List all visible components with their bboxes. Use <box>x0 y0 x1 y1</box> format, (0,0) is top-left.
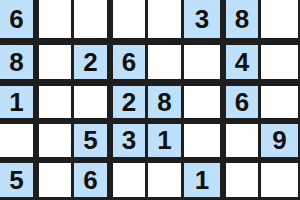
sudoku-cell-r3c6-empty[interactable] <box>184 86 220 118</box>
cell-digit: 9 <box>272 125 286 156</box>
sudoku-cell-r4c6-empty[interactable] <box>184 124 220 157</box>
cell-digit: 8 <box>235 4 249 35</box>
cell-digit: 3 <box>122 125 136 156</box>
sudoku-cell-r4c2-empty[interactable] <box>39 124 71 157</box>
sudoku-cell-r1c7-given: 8 <box>226 0 258 38</box>
sudoku-cell-r4c3-given: 5 <box>74 124 107 157</box>
sudoku-cell-r2c5-empty[interactable] <box>148 45 181 79</box>
cell-digit: 6 <box>9 4 23 35</box>
sudoku-cell-r4c4-given: 3 <box>113 124 145 157</box>
sudoku-cell-r3c5-given: 8 <box>148 86 181 118</box>
cell-digit: 5 <box>83 125 97 156</box>
sudoku-cell-r2c4-given: 6 <box>113 45 145 79</box>
sudoku-cell-r5c7-empty[interactable] <box>226 163 258 197</box>
cell-digit: 8 <box>9 47 23 78</box>
sudoku-board: 638826412865319561 <box>0 0 300 200</box>
cell-digit: 4 <box>235 47 249 78</box>
sudoku-cell-r4c8-given: 9 <box>261 124 298 157</box>
sudoku-cell-r3c7-given: 6 <box>226 86 258 118</box>
sudoku-cell-r4c5-given: 1 <box>148 124 181 157</box>
sudoku-cell-r2c7-given: 4 <box>226 45 258 79</box>
sudoku-cell-r1c8-empty[interactable] <box>261 0 298 38</box>
cell-digit: 6 <box>83 165 97 196</box>
sudoku-cell-r2c8-empty[interactable] <box>261 45 298 79</box>
sudoku-cell-r2c6-empty[interactable] <box>184 45 220 79</box>
sudoku-cell-r3c2-empty[interactable] <box>39 86 71 118</box>
cell-digit: 6 <box>235 87 249 118</box>
sudoku-cell-r1c1-given: 6 <box>0 0 33 38</box>
sudoku-cell-r1c5-empty[interactable] <box>148 0 181 38</box>
sudoku-cell-r3c4-given: 2 <box>113 86 145 118</box>
sudoku-cell-r5c5-empty[interactable] <box>148 163 181 197</box>
cell-digit: 8 <box>157 87 171 118</box>
sudoku-cell-r4c1-empty[interactable] <box>0 124 33 157</box>
cell-digit: 3 <box>195 4 209 35</box>
sudoku-cell-r5c6-given: 1 <box>184 163 220 197</box>
sudoku-cell-r5c2-empty[interactable] <box>39 163 71 197</box>
cell-digit: 1 <box>195 165 209 196</box>
sudoku-cell-r1c6-given: 3 <box>184 0 220 38</box>
sudoku-cell-r3c1-given: 1 <box>0 86 33 118</box>
sudoku-cell-r1c2-empty[interactable] <box>39 0 71 38</box>
sudoku-cell-r3c3-empty[interactable] <box>74 86 107 118</box>
sudoku-cell-r3c8-empty[interactable] <box>261 86 298 118</box>
sudoku-cell-r2c2-empty[interactable] <box>39 45 71 79</box>
sudoku-cell-r5c8-empty[interactable] <box>261 163 298 197</box>
sudoku-cell-r5c4-empty[interactable] <box>113 163 145 197</box>
sudoku-cell-r2c3-given: 2 <box>74 45 107 79</box>
cell-digit: 2 <box>122 87 136 118</box>
cell-digit: 1 <box>157 125 171 156</box>
sudoku-cell-r1c3-empty[interactable] <box>74 0 107 38</box>
sudoku-cell-r5c1-given: 5 <box>0 163 33 197</box>
cell-digit: 6 <box>122 47 136 78</box>
cell-digit: 5 <box>9 165 23 196</box>
sudoku-cell-r1c4-empty[interactable] <box>113 0 145 38</box>
cell-digit: 2 <box>83 47 97 78</box>
sudoku-cell-r4c7-empty[interactable] <box>226 124 258 157</box>
sudoku-cell-r2c1-given: 8 <box>0 45 33 79</box>
cell-digit: 1 <box>9 87 23 118</box>
sudoku-cell-r5c3-given: 6 <box>74 163 107 197</box>
